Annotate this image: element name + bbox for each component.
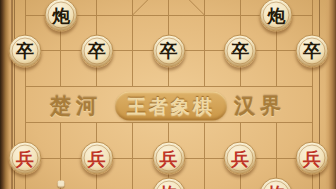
river-label-chuhe: 楚河	[50, 92, 102, 120]
piece-glyph: 卒	[303, 42, 321, 60]
piece-glyph: 兵	[160, 149, 178, 167]
piece-glyph: 兵	[303, 149, 321, 167]
piece-black-soldier[interactable]: 卒	[224, 34, 257, 67]
piece-black-cannon[interactable]: 炮	[260, 0, 293, 32]
piece-glyph: 卒	[160, 42, 178, 60]
piece-glyph: 卒	[16, 42, 34, 60]
last-move-from-marker	[57, 181, 64, 188]
piece-black-cannon[interactable]: 炮	[44, 0, 77, 32]
piece-glyph: 兵	[16, 149, 34, 167]
piece-black-soldier[interactable]: 卒	[296, 34, 329, 67]
piece-red-soldier[interactable]: 兵	[224, 142, 257, 175]
piece-black-soldier[interactable]: 卒	[80, 34, 113, 67]
app-badge-text: 王者象棋	[127, 93, 215, 119]
piece-glyph: 炮	[267, 185, 285, 189]
piece-black-soldier[interactable]: 卒	[9, 34, 42, 67]
app-badge: 王者象棋	[115, 92, 227, 121]
piece-glyph: 兵	[231, 149, 249, 167]
piece-glyph: 炮	[52, 6, 70, 24]
piece-glyph: 卒	[231, 42, 249, 60]
piece-glyph: 炮	[267, 6, 285, 24]
piece-red-soldier[interactable]: 兵	[80, 142, 113, 175]
piece-red-soldier[interactable]: 兵	[296, 142, 329, 175]
piece-black-soldier[interactable]: 卒	[152, 34, 185, 67]
piece-glyph: 卒	[88, 42, 106, 60]
piece-glyph: 兵	[88, 149, 106, 167]
river-label-hanjie: 汉界	[234, 92, 286, 120]
piece-red-soldier[interactable]: 兵	[9, 142, 42, 175]
piece-red-soldier[interactable]: 兵	[152, 142, 185, 175]
piece-glyph: 炮	[160, 185, 178, 189]
xiangqi-board[interactable]: 楚河 汉界 王者象棋 炮炮卒卒卒卒卒兵兵兵兵兵炮炮	[0, 0, 336, 189]
